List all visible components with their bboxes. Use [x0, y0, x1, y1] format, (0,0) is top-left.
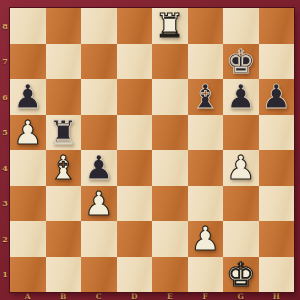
- black-pawn-piece[interactable]: ♟: [84, 151, 114, 184]
- square-c5[interactable]: [81, 115, 117, 151]
- black-king-piece[interactable]: ♚: [226, 45, 256, 78]
- square-c8[interactable]: [81, 8, 117, 44]
- white-bishop-piece[interactable]: ♝: [48, 151, 78, 184]
- rank-label-7: 7: [0, 44, 10, 80]
- square-g3[interactable]: [223, 186, 259, 222]
- square-f6[interactable]: ♝: [188, 79, 224, 115]
- square-h5[interactable]: [259, 115, 295, 151]
- square-b5[interactable]: ♜: [46, 115, 82, 151]
- white-king-piece[interactable]: ♚: [226, 258, 256, 291]
- square-a1[interactable]: [10, 257, 46, 293]
- square-h6[interactable]: ♟: [259, 79, 295, 115]
- square-b1[interactable]: [46, 257, 82, 293]
- square-a3[interactable]: [10, 186, 46, 222]
- square-f5[interactable]: [188, 115, 224, 151]
- black-rook-piece[interactable]: ♜: [48, 116, 78, 149]
- square-h7[interactable]: [259, 44, 295, 80]
- file-label-c: C: [81, 292, 117, 300]
- file-label-e: E: [152, 292, 188, 300]
- square-g2[interactable]: [223, 221, 259, 257]
- square-d3[interactable]: [117, 186, 153, 222]
- rank-label-4: 4: [0, 150, 10, 186]
- square-f3[interactable]: [188, 186, 224, 222]
- square-a8[interactable]: [10, 8, 46, 44]
- square-h1[interactable]: [259, 257, 295, 293]
- square-a2[interactable]: [10, 221, 46, 257]
- square-d2[interactable]: [117, 221, 153, 257]
- board-grid: ♜♚♟♝♟♟♟♜♝♟♟♟♟♚: [10, 8, 294, 292]
- square-a6[interactable]: ♟: [10, 79, 46, 115]
- square-g7[interactable]: ♚: [223, 44, 259, 80]
- chess-diagram: 87654321 ABCDEFGH ♜♚♟♝♟♟♟♜♝♟♟♟♟♚: [0, 0, 300, 300]
- square-e2[interactable]: [152, 221, 188, 257]
- file-label-d: D: [117, 292, 153, 300]
- square-a5[interactable]: ♟: [10, 115, 46, 151]
- square-h8[interactable]: [259, 8, 295, 44]
- black-pawn-piece[interactable]: ♟: [261, 80, 291, 113]
- square-e4[interactable]: [152, 150, 188, 186]
- square-g4[interactable]: ♟: [223, 150, 259, 186]
- square-d5[interactable]: [117, 115, 153, 151]
- square-e1[interactable]: [152, 257, 188, 293]
- square-b4[interactable]: ♝: [46, 150, 82, 186]
- square-f8[interactable]: [188, 8, 224, 44]
- rank-label-5: 5: [0, 115, 10, 151]
- square-h3[interactable]: [259, 186, 295, 222]
- square-c1[interactable]: [81, 257, 117, 293]
- square-f2[interactable]: ♟: [188, 221, 224, 257]
- rank-label-3: 3: [0, 186, 10, 222]
- square-c7[interactable]: [81, 44, 117, 80]
- file-label-a: A: [10, 292, 46, 300]
- square-f7[interactable]: [188, 44, 224, 80]
- square-g1[interactable]: ♚: [223, 257, 259, 293]
- white-pawn-piece[interactable]: ♟: [84, 187, 114, 220]
- square-d4[interactable]: [117, 150, 153, 186]
- white-pawn-piece[interactable]: ♟: [13, 116, 43, 149]
- square-c3[interactable]: ♟: [81, 186, 117, 222]
- black-pawn-piece[interactable]: ♟: [226, 80, 256, 113]
- square-a7[interactable]: [10, 44, 46, 80]
- white-rook-piece[interactable]: ♜: [155, 9, 185, 42]
- black-bishop-piece[interactable]: ♝: [190, 80, 220, 113]
- square-g5[interactable]: [223, 115, 259, 151]
- square-e3[interactable]: [152, 186, 188, 222]
- rank-label-1: 1: [0, 257, 10, 293]
- rank-labels: 87654321: [0, 8, 10, 292]
- square-f4[interactable]: [188, 150, 224, 186]
- square-b3[interactable]: [46, 186, 82, 222]
- rank-label-8: 8: [0, 8, 10, 44]
- square-g8[interactable]: [223, 8, 259, 44]
- square-a4[interactable]: [10, 150, 46, 186]
- square-e5[interactable]: [152, 115, 188, 151]
- square-c6[interactable]: [81, 79, 117, 115]
- white-pawn-piece[interactable]: ♟: [226, 151, 256, 184]
- square-h2[interactable]: [259, 221, 295, 257]
- white-pawn-piece[interactable]: ♟: [190, 222, 220, 255]
- square-d6[interactable]: [117, 79, 153, 115]
- square-d7[interactable]: [117, 44, 153, 80]
- square-e6[interactable]: [152, 79, 188, 115]
- black-pawn-piece[interactable]: ♟: [13, 80, 43, 113]
- rank-label-2: 2: [0, 221, 10, 257]
- square-e7[interactable]: [152, 44, 188, 80]
- rank-label-6: 6: [0, 79, 10, 115]
- square-d1[interactable]: [117, 257, 153, 293]
- square-c4[interactable]: ♟: [81, 150, 117, 186]
- square-g6[interactable]: ♟: [223, 79, 259, 115]
- square-b6[interactable]: [46, 79, 82, 115]
- square-d8[interactable]: [117, 8, 153, 44]
- square-e8[interactable]: ♜: [152, 8, 188, 44]
- file-label-b: B: [46, 292, 82, 300]
- square-c2[interactable]: [81, 221, 117, 257]
- square-h4[interactable]: [259, 150, 295, 186]
- square-b8[interactable]: [46, 8, 82, 44]
- square-f1[interactable]: [188, 257, 224, 293]
- file-label-h: H: [259, 292, 295, 300]
- file-label-f: F: [188, 292, 224, 300]
- square-b7[interactable]: [46, 44, 82, 80]
- square-b2[interactable]: [46, 221, 82, 257]
